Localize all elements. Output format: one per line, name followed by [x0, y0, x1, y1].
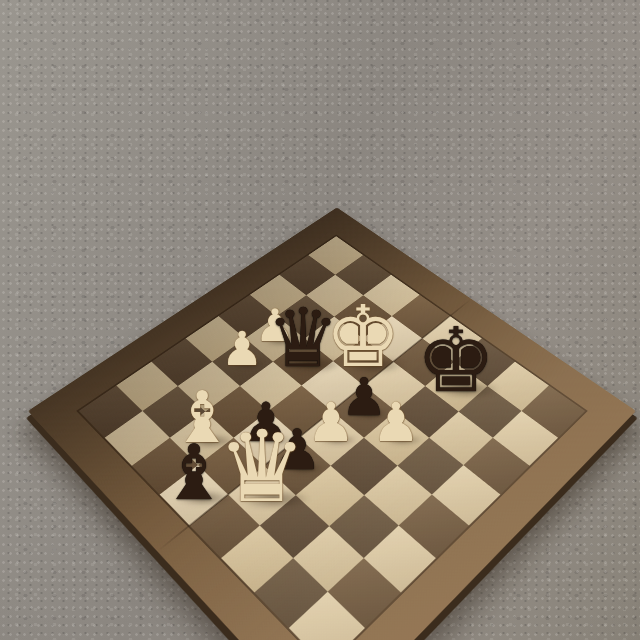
square-h5	[160, 465, 228, 525]
square-g6	[169, 411, 234, 465]
chess-board-frame	[28, 208, 636, 640]
square-h6	[132, 438, 198, 495]
square-g2	[293, 525, 365, 592]
square-c2	[429, 411, 494, 465]
chess-board-grid	[79, 236, 585, 640]
square-e4	[299, 411, 364, 465]
square-g3	[259, 495, 329, 558]
square-h2	[254, 558, 328, 628]
chessboard-photo: ♟♟♝♛♝♟♚♛♟♟♟♟♚ chess	[0, 0, 640, 640]
square-f3	[296, 465, 364, 525]
square-e3	[331, 438, 397, 495]
square-f1	[364, 525, 436, 592]
board-scene	[0, 0, 640, 640]
square-d3	[364, 411, 429, 465]
square-g4	[228, 465, 296, 525]
square-d2	[397, 438, 463, 495]
square-f4	[264, 438, 330, 495]
square-b1	[493, 411, 558, 465]
square-e2	[364, 465, 432, 525]
square-f5	[234, 411, 299, 465]
square-g1	[328, 558, 402, 628]
square-g5	[198, 438, 264, 495]
square-f2	[329, 495, 399, 558]
square-h4	[190, 495, 260, 558]
square-h7	[105, 411, 170, 465]
square-h3	[221, 525, 293, 592]
square-e1	[399, 495, 469, 558]
square-c1	[463, 438, 529, 495]
square-h1	[289, 592, 365, 640]
square-d1	[432, 465, 500, 525]
